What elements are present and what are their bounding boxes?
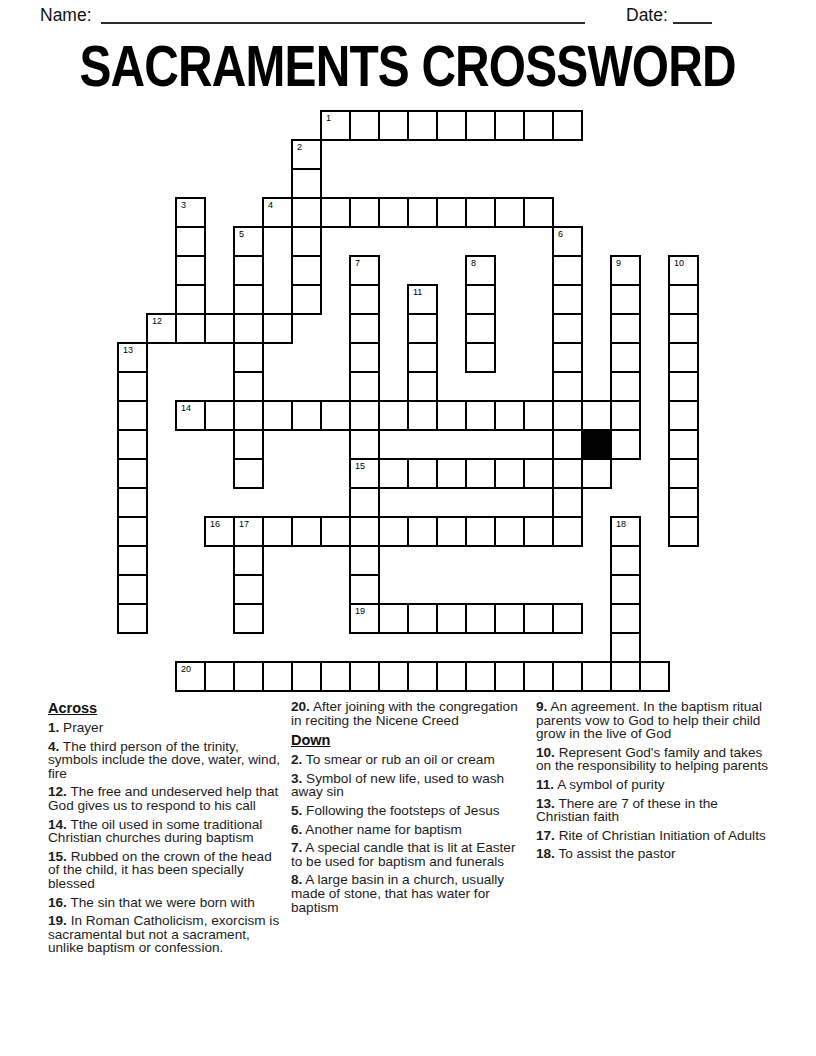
- crossword-cell[interactable]: 7: [349, 255, 380, 286]
- clue-7: 7. A special candle that is lit at Easte…: [291, 841, 522, 868]
- clue-18: 18. To assist the pastor: [536, 847, 770, 861]
- clue-number: 12: [152, 317, 162, 326]
- crossword-grid: 1234567891011121314151617181920: [117, 110, 699, 692]
- clue-number: 2: [297, 143, 302, 152]
- crossword-cell[interactable]: [233, 545, 264, 576]
- clue-number: 1: [326, 114, 331, 123]
- crossword-cell[interactable]: [668, 429, 699, 460]
- crossword-cell[interactable]: [233, 603, 264, 634]
- crossword-cell[interactable]: [204, 661, 235, 692]
- crossword-cell[interactable]: [668, 458, 699, 489]
- crossword-cell[interactable]: [378, 516, 409, 547]
- crossword-cell[interactable]: [465, 661, 496, 692]
- clue-17: 17. Rite of Christian Initiation of Adul…: [536, 829, 770, 843]
- clue-2: 2. To smear or rub an oil or cream: [291, 753, 522, 767]
- crossword-cell[interactable]: [407, 371, 438, 402]
- crossword-cell[interactable]: [436, 197, 467, 228]
- crossword-cell[interactable]: [117, 516, 148, 547]
- crossword-cell[interactable]: [668, 284, 699, 315]
- crossword-cell[interactable]: [552, 516, 583, 547]
- clue-20: 20. After joining with the congregation …: [291, 700, 522, 727]
- date-label: Date:: [626, 5, 668, 26]
- crossword-cell[interactable]: [407, 400, 438, 431]
- crossword-cell[interactable]: [523, 110, 554, 141]
- crossword-cell[interactable]: [349, 342, 380, 373]
- crossword-cell[interactable]: [378, 661, 409, 692]
- crossword-cell[interactable]: [117, 603, 148, 634]
- clue-number: 8: [471, 259, 476, 268]
- crossword-cell[interactable]: [552, 487, 583, 518]
- crossword-cell[interactable]: [407, 313, 438, 344]
- clue-number: 4: [268, 201, 273, 210]
- clue-column-1: Across1. Prayer4. The third person of th…: [48, 700, 286, 960]
- crossword-cell[interactable]: [436, 110, 467, 141]
- crossword-cell[interactable]: [668, 487, 699, 518]
- crossword-cell[interactable]: [233, 284, 264, 315]
- crossword-cell[interactable]: [552, 429, 583, 460]
- clue-number: 18: [616, 520, 626, 529]
- crossword-cell[interactable]: [233, 429, 264, 460]
- crossword-cell[interactable]: [436, 516, 467, 547]
- clue-5: 5. Following the footsteps of Jesus: [291, 804, 522, 818]
- crossword-cell[interactable]: [610, 429, 641, 460]
- clue-9: 9. An agreement. In the baptism ritual p…: [536, 700, 770, 741]
- crossword-cell[interactable]: [349, 284, 380, 315]
- clue-number: 16: [210, 520, 220, 529]
- crossword-cell[interactable]: [552, 313, 583, 344]
- crossword-cell[interactable]: [407, 661, 438, 692]
- crossword-cell[interactable]: [494, 400, 525, 431]
- crossword-cell[interactable]: [349, 110, 380, 141]
- clue-1: 1. Prayer: [48, 721, 286, 735]
- crossword-cell[interactable]: [175, 313, 206, 344]
- crossword-cell[interactable]: [552, 110, 583, 141]
- crossword-cell[interactable]: [291, 226, 322, 257]
- crossword-cell[interactable]: [465, 603, 496, 634]
- crossword-cell[interactable]: [552, 255, 583, 286]
- crossword-cell[interactable]: [494, 197, 525, 228]
- crossword-cell[interactable]: [407, 458, 438, 489]
- worksheet-page: Name: Date: SACRAMENTS CROSSWORD 1234567…: [0, 0, 816, 1056]
- crossword-cell[interactable]: [291, 661, 322, 692]
- crossword-cell[interactable]: 8: [465, 255, 496, 286]
- crossword-cell[interactable]: [465, 400, 496, 431]
- crossword-cell[interactable]: [610, 313, 641, 344]
- crossword-cell[interactable]: [233, 255, 264, 286]
- crossword-cell[interactable]: [349, 197, 380, 228]
- clue-number: 6: [558, 230, 563, 239]
- crossword-cell[interactable]: [610, 400, 641, 431]
- crossword-cell[interactable]: 6: [552, 226, 583, 257]
- crossword-cell[interactable]: [291, 284, 322, 315]
- clue-6: 6. Another name for baptism: [291, 823, 522, 837]
- crossword-cell[interactable]: [465, 284, 496, 315]
- crossword-cell[interactable]: 14: [175, 400, 206, 431]
- clue-11: 11. A symbol of purity: [536, 778, 770, 792]
- clue-13: 13. There are 7 of these in the Christia…: [536, 797, 770, 824]
- clue-number: 20: [181, 665, 191, 674]
- crossword-cell[interactable]: [610, 284, 641, 315]
- crossword-cell[interactable]: [262, 313, 293, 344]
- crossword-cell[interactable]: [436, 603, 467, 634]
- crossword-cell[interactable]: [291, 516, 322, 547]
- crossword-cell[interactable]: [320, 516, 351, 547]
- crossword-cell[interactable]: [349, 400, 380, 431]
- crossword-cell[interactable]: 5: [233, 226, 264, 257]
- crossword-cell[interactable]: [407, 342, 438, 373]
- crossword-cell[interactable]: [552, 284, 583, 315]
- crossword-cell[interactable]: [523, 197, 554, 228]
- crossword-cell[interactable]: [668, 371, 699, 402]
- crossword-cell[interactable]: [610, 661, 641, 692]
- clue-number: 17: [239, 520, 249, 529]
- crossword-cell[interactable]: [349, 487, 380, 518]
- clue-number: 5: [239, 230, 244, 239]
- crossword-cell[interactable]: [349, 371, 380, 402]
- clue-number: 19: [355, 607, 365, 616]
- clue-4: 4. The third person of the trinity, symb…: [48, 740, 286, 781]
- crossword-cell[interactable]: [291, 168, 322, 199]
- crossword-cell[interactable]: [610, 574, 641, 605]
- page-title: SACRAMENTS CROSSWORD: [0, 33, 816, 99]
- crossword-cell[interactable]: [668, 400, 699, 431]
- crossword-cell[interactable]: [494, 661, 525, 692]
- crossword-cell[interactable]: [204, 400, 235, 431]
- crossword-cell[interactable]: [610, 371, 641, 402]
- crossword-cell[interactable]: [465, 313, 496, 344]
- crossword-cell[interactable]: [378, 458, 409, 489]
- crossword-cell[interactable]: [668, 516, 699, 547]
- crossword-cell[interactable]: [117, 574, 148, 605]
- clue-number: 14: [181, 404, 191, 413]
- crossword-cell[interactable]: [610, 632, 641, 663]
- crossword-cell[interactable]: 15: [349, 458, 380, 489]
- black-cell: [581, 429, 612, 460]
- crossword-cell[interactable]: [610, 545, 641, 576]
- crossword-cell[interactable]: [262, 516, 293, 547]
- crossword-cell[interactable]: [407, 110, 438, 141]
- crossword-cell[interactable]: [581, 400, 612, 431]
- crossword-cell[interactable]: [552, 400, 583, 431]
- crossword-cell[interactable]: 2: [291, 139, 322, 170]
- crossword-cell[interactable]: [668, 342, 699, 373]
- crossword-cell[interactable]: [552, 458, 583, 489]
- crossword-cell[interactable]: [117, 400, 148, 431]
- crossword-cell[interactable]: [668, 313, 699, 344]
- header: Name: Date:: [0, 0, 816, 30]
- crossword-cell[interactable]: 18: [610, 516, 641, 547]
- clue-number: 3: [181, 201, 186, 210]
- crossword-cell[interactable]: [465, 516, 496, 547]
- clue-number: 9: [616, 259, 621, 268]
- crossword-cell[interactable]: [349, 313, 380, 344]
- crossword-cell[interactable]: [349, 429, 380, 460]
- crossword-cell[interactable]: [291, 255, 322, 286]
- crossword-cell[interactable]: [320, 400, 351, 431]
- crossword-cell[interactable]: [378, 400, 409, 431]
- crossword-cell[interactable]: [378, 603, 409, 634]
- crossword-cell[interactable]: 13: [117, 342, 148, 373]
- clue-12: 12. The free and undeserved help that Go…: [48, 785, 286, 812]
- crossword-cell[interactable]: [523, 661, 554, 692]
- crossword-cell[interactable]: [552, 371, 583, 402]
- clue-3: 3. Symbol of new life, used to wash away…: [291, 772, 522, 799]
- crossword-cell[interactable]: 19: [349, 603, 380, 634]
- down-header: Down: [291, 732, 522, 748]
- crossword-cell[interactable]: [523, 516, 554, 547]
- crossword-cell[interactable]: [233, 400, 264, 431]
- crossword-cell[interactable]: [378, 197, 409, 228]
- crossword-cell[interactable]: [320, 661, 351, 692]
- crossword-cell[interactable]: [117, 371, 148, 402]
- crossword-cell[interactable]: [407, 603, 438, 634]
- crossword-cell[interactable]: [320, 197, 351, 228]
- crossword-cell[interactable]: [494, 516, 525, 547]
- crossword-cell[interactable]: [523, 603, 554, 634]
- crossword-cell[interactable]: 4: [262, 197, 293, 228]
- crossword-cell[interactable]: [523, 458, 554, 489]
- crossword-cell[interactable]: [233, 371, 264, 402]
- crossword-cell[interactable]: [233, 313, 264, 344]
- crossword-cell[interactable]: 3: [175, 197, 206, 228]
- crossword-cell[interactable]: [349, 661, 380, 692]
- crossword-cell[interactable]: [175, 255, 206, 286]
- clue-column-2: 20. After joining with the congregation …: [291, 700, 522, 919]
- crossword-cell[interactable]: [465, 458, 496, 489]
- clue-number: 10: [674, 259, 684, 268]
- crossword-cell[interactable]: [494, 110, 525, 141]
- crossword-cell[interactable]: [349, 574, 380, 605]
- crossword-cell[interactable]: [262, 400, 293, 431]
- crossword-cell[interactable]: 12: [146, 313, 177, 344]
- clue-16: 16. The sin that we were born with: [48, 896, 286, 910]
- crossword-cell[interactable]: [378, 110, 409, 141]
- name-blank-line[interactable]: [101, 22, 585, 24]
- crossword-cell[interactable]: [436, 458, 467, 489]
- crossword-cell[interactable]: [175, 226, 206, 257]
- crossword-cell[interactable]: [552, 661, 583, 692]
- crossword-cell[interactable]: 20: [175, 661, 206, 692]
- crossword-cell[interactable]: [523, 400, 554, 431]
- crossword-cell[interactable]: [581, 661, 612, 692]
- crossword-cell[interactable]: [117, 429, 148, 460]
- clue-number: 7: [355, 259, 360, 268]
- across-header: Across: [48, 700, 286, 716]
- crossword-cell[interactable]: [291, 197, 322, 228]
- clue-column-3: 9. An agreement. In the baptism ritual p…: [536, 700, 770, 866]
- crossword-cell[interactable]: [436, 661, 467, 692]
- name-label: Name:: [40, 5, 92, 26]
- clue-number: 11: [413, 288, 422, 297]
- clue-10: 10. Represent God's family and takes on …: [536, 746, 770, 773]
- clue-14: 14. Tthe oil used in some traditional Ch…: [48, 818, 286, 845]
- crossword-cell[interactable]: 10: [668, 255, 699, 286]
- crossword-cell[interactable]: [175, 284, 206, 315]
- crossword-cell[interactable]: [407, 516, 438, 547]
- crossword-cell[interactable]: [117, 545, 148, 576]
- crossword-cell[interactable]: [465, 342, 496, 373]
- crossword-cell[interactable]: 9: [610, 255, 641, 286]
- clue-15: 15. Rubbed on the crown of the head of t…: [48, 850, 286, 891]
- crossword-cell[interactable]: [581, 458, 612, 489]
- crossword-cell[interactable]: [349, 516, 380, 547]
- crossword-cell[interactable]: [465, 197, 496, 228]
- clue-19: 19. In Roman Catholicism, exorcism is sa…: [48, 914, 286, 955]
- crossword-cell[interactable]: [552, 603, 583, 634]
- crossword-cell[interactable]: [407, 197, 438, 228]
- crossword-cell[interactable]: [349, 545, 380, 576]
- crossword-cell[interactable]: 11: [407, 284, 438, 315]
- clue-number: 15: [355, 462, 365, 471]
- crossword-cell[interactable]: [610, 342, 641, 373]
- crossword-cell[interactable]: [552, 342, 583, 373]
- clue-number: 13: [123, 346, 133, 355]
- crossword-cell[interactable]: [233, 574, 264, 605]
- crossword-cell[interactable]: 17: [233, 516, 264, 547]
- crossword-cell[interactable]: [233, 342, 264, 373]
- crossword-cell[interactable]: 1: [320, 110, 351, 141]
- crossword-cell[interactable]: [233, 458, 264, 489]
- crossword-cell[interactable]: [494, 458, 525, 489]
- crossword-cell[interactable]: [291, 400, 322, 431]
- crossword-cell[interactable]: [465, 110, 496, 141]
- crossword-cell[interactable]: [262, 661, 293, 692]
- crossword-cell[interactable]: [233, 661, 264, 692]
- clue-8: 8. A large basin in a church, usually ma…: [291, 873, 522, 914]
- crossword-cell[interactable]: [639, 661, 670, 692]
- date-blank-line[interactable]: [673, 22, 712, 24]
- crossword-cell[interactable]: [494, 603, 525, 634]
- crossword-cell[interactable]: [117, 487, 148, 518]
- crossword-cell[interactable]: 16: [204, 516, 235, 547]
- crossword-cell[interactable]: [610, 603, 641, 634]
- crossword-cell[interactable]: [204, 313, 235, 344]
- crossword-cell[interactable]: [117, 458, 148, 489]
- crossword-cell[interactable]: [436, 400, 467, 431]
